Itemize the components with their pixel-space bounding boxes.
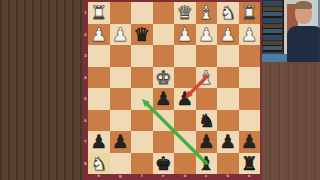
board-squares[interactable]: ♜♛♝♞♜♟♟♛♟♟♟♟♚♝♟♟♞♟♟♟♟♟♞♚♝♜ xyxy=(88,2,260,174)
piece-bN-c6[interactable]: ♞ xyxy=(196,110,218,132)
square-a1[interactable]: ♜ xyxy=(239,2,261,24)
piece-wP-g2[interactable]: ♟ xyxy=(110,24,132,46)
square-g2[interactable]: ♟ xyxy=(110,24,132,46)
square-f1[interactable] xyxy=(131,2,153,24)
square-e4[interactable]: ♚ xyxy=(153,67,175,89)
square-g4[interactable] xyxy=(110,67,132,89)
square-d4[interactable] xyxy=(174,67,196,89)
square-c6[interactable]: ♞ xyxy=(196,110,218,132)
square-f4[interactable] xyxy=(131,67,153,89)
piece-bR-a8[interactable]: ♜ xyxy=(239,153,261,175)
square-a6[interactable] xyxy=(239,110,261,132)
square-h6[interactable] xyxy=(88,110,110,132)
square-b1[interactable]: ♞ xyxy=(217,2,239,24)
square-f2[interactable]: ♛ xyxy=(131,24,153,46)
piece-wN-h8[interactable]: ♞ xyxy=(88,153,110,175)
square-c1[interactable]: ♝ xyxy=(196,2,218,24)
square-a2[interactable]: ♟ xyxy=(239,24,261,46)
square-b6[interactable] xyxy=(217,110,239,132)
square-h1[interactable]: ♜ xyxy=(88,2,110,24)
square-c7[interactable]: ♟ xyxy=(196,131,218,153)
square-c3[interactable] xyxy=(196,45,218,67)
square-f8[interactable] xyxy=(131,153,153,175)
square-e1[interactable] xyxy=(153,2,175,24)
square-e8[interactable]: ♚ xyxy=(153,153,175,175)
piece-wB-c1[interactable]: ♝ xyxy=(196,2,218,24)
piece-wP-b2[interactable]: ♟ xyxy=(217,24,239,46)
piece-wK-e4[interactable]: ♚ xyxy=(153,67,175,89)
piece-wN-b1[interactable]: ♞ xyxy=(217,2,239,24)
piece-bP-b7[interactable]: ♟ xyxy=(217,131,239,153)
square-f3[interactable] xyxy=(131,45,153,67)
piece-wB-c4[interactable]: ♝ xyxy=(196,67,218,89)
piece-bP-d5[interactable]: ♟ xyxy=(174,88,196,110)
square-b2[interactable]: ♟ xyxy=(217,24,239,46)
square-b7[interactable]: ♟ xyxy=(217,131,239,153)
square-b5[interactable] xyxy=(217,88,239,110)
bookshelf xyxy=(262,0,284,62)
books xyxy=(263,1,282,61)
square-h4[interactable] xyxy=(88,67,110,89)
square-f6[interactable] xyxy=(131,110,153,132)
piece-bB-c8[interactable]: ♝ xyxy=(196,153,218,175)
piece-wR-a1[interactable]: ♜ xyxy=(239,2,261,24)
square-h7[interactable]: ♟ xyxy=(88,131,110,153)
person-hair xyxy=(295,1,312,9)
piece-wP-h2[interactable]: ♟ xyxy=(88,24,110,46)
square-a4[interactable] xyxy=(239,67,261,89)
square-d5[interactable]: ♟ xyxy=(174,88,196,110)
square-a8[interactable]: ♜ xyxy=(239,153,261,175)
square-g5[interactable] xyxy=(110,88,132,110)
piece-bP-a7[interactable]: ♟ xyxy=(239,131,261,153)
square-b3[interactable] xyxy=(217,45,239,67)
square-e3[interactable] xyxy=(153,45,175,67)
square-e7[interactable] xyxy=(153,131,175,153)
chess-board[interactable]: 12345678 hgfedcba ♜♛♝♞♜♟♟♛♟♟♟♟♚♝♟♟♞♟♟♟♟♟… xyxy=(83,0,262,180)
square-g6[interactable] xyxy=(110,110,132,132)
square-g3[interactable] xyxy=(110,45,132,67)
square-d8[interactable] xyxy=(174,153,196,175)
square-a5[interactable] xyxy=(239,88,261,110)
wood-grain xyxy=(0,0,83,180)
square-d2[interactable]: ♟ xyxy=(174,24,196,46)
square-d6[interactable] xyxy=(174,110,196,132)
wood-left-panel xyxy=(0,0,83,180)
square-h5[interactable] xyxy=(88,88,110,110)
square-a7[interactable]: ♟ xyxy=(239,131,261,153)
piece-bP-c7[interactable]: ♟ xyxy=(196,131,218,153)
square-h3[interactable] xyxy=(88,45,110,67)
piece-bK-e8[interactable]: ♚ xyxy=(153,153,175,175)
square-f7[interactable] xyxy=(131,131,153,153)
square-e6[interactable] xyxy=(153,110,175,132)
square-e2[interactable] xyxy=(153,24,175,46)
square-g1[interactable] xyxy=(110,2,132,24)
piece-bP-e5[interactable]: ♟ xyxy=(153,88,175,110)
person-body xyxy=(287,26,320,62)
square-e5[interactable]: ♟ xyxy=(153,88,175,110)
square-b8[interactable] xyxy=(217,153,239,175)
piece-wP-c2[interactable]: ♟ xyxy=(196,24,218,46)
webcam-overlay xyxy=(262,0,320,62)
square-b4[interactable] xyxy=(217,67,239,89)
square-f5[interactable] xyxy=(131,88,153,110)
square-g7[interactable]: ♟ xyxy=(110,131,132,153)
piece-bP-h7[interactable]: ♟ xyxy=(88,131,110,153)
piece-wQ-d1[interactable]: ♛ xyxy=(174,2,196,24)
square-d1[interactable]: ♛ xyxy=(174,2,196,24)
square-c5[interactable] xyxy=(196,88,218,110)
square-g8[interactable] xyxy=(110,153,132,175)
square-d3[interactable] xyxy=(174,45,196,67)
square-a3[interactable] xyxy=(239,45,261,67)
piece-wR-h1[interactable]: ♜ xyxy=(88,2,110,24)
piece-bQ-f2[interactable]: ♛ xyxy=(131,24,153,46)
piece-wP-d2[interactable]: ♟ xyxy=(174,24,196,46)
piece-wP-a2[interactable]: ♟ xyxy=(239,24,261,46)
piece-bP-g7[interactable]: ♟ xyxy=(110,131,132,153)
square-d7[interactable] xyxy=(174,131,196,153)
square-h2[interactable]: ♟ xyxy=(88,24,110,46)
square-h8[interactable]: ♞ xyxy=(88,153,110,175)
square-c4[interactable]: ♝ xyxy=(196,67,218,89)
square-c2[interactable]: ♟ xyxy=(196,24,218,46)
square-c8[interactable]: ♝ xyxy=(196,153,218,175)
